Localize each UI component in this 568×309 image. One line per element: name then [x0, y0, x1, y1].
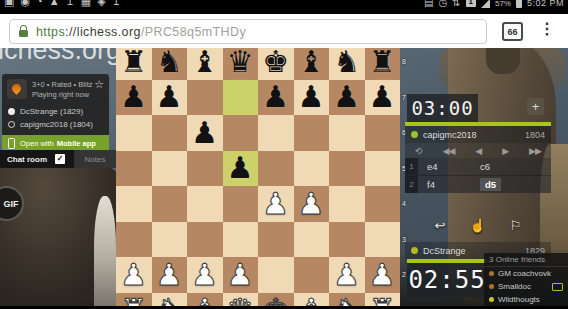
square-b2[interactable]: ♟ — [152, 257, 188, 293]
friend-status-dot-icon — [489, 284, 494, 289]
friend-status-dot-icon — [489, 271, 494, 276]
takeback-icon[interactable]: ↩ — [435, 218, 446, 233]
square-d5[interactable]: ♟ — [223, 151, 259, 187]
move-list: 1e4c62f4d5 — [405, 158, 551, 193]
notification-icon: ▣ — [4, 0, 14, 8]
notification-icons: ▣◉◔▲↥▦◈↥ — [4, 0, 121, 8]
game-action-buttons: ↩☝⚐ — [420, 218, 536, 233]
white-pawn: ♟ — [329, 257, 365, 293]
square-f3[interactable] — [294, 222, 330, 258]
offer-draw-hand-icon[interactable]: ☝ — [470, 218, 486, 233]
previous-move-icon[interactable]: ◀ — [475, 146, 481, 156]
square-b3[interactable] — [152, 222, 188, 258]
black-knight: ♞ — [329, 48, 365, 80]
android-status-bar: ▣◉◔▲↥▦◈↥ ▤ ◷ ⇅ 1 57% 5:02 PM — [0, 0, 568, 14]
square-b4[interactable] — [152, 186, 188, 222]
move-row: 2f4d5 — [405, 175, 551, 193]
game-meta-line2: Playing right now — [32, 90, 93, 100]
friend-name: Smalldoc — [498, 282, 531, 291]
square-c2[interactable]: ♟ — [187, 257, 223, 293]
rank-label-7: 7 — [402, 80, 406, 116]
white-pawn: ♟ — [258, 186, 294, 222]
url-host: ://lichess.org — [65, 25, 141, 39]
square-h6[interactable] — [365, 115, 401, 151]
black-pawn: ♟ — [116, 80, 152, 116]
site-logo-link[interactable]: lichess.org — [0, 48, 121, 66]
square-b5[interactable] — [152, 151, 188, 187]
white-pawn: ♟ — [223, 257, 259, 293]
tab-chat-room[interactable]: Chat room ✓ — [0, 150, 74, 168]
white-player-link[interactable]: DcStrange (1829) — [8, 105, 103, 118]
opponent-rating: 1804 — [525, 130, 545, 140]
black-queen: ♛ — [223, 48, 259, 80]
white-pawn: ♟ — [152, 257, 188, 293]
battery-icon — [516, 0, 522, 8]
friend-row[interactable]: Smalldoc — [484, 280, 568, 293]
square-g7[interactable]: ♟ — [329, 80, 365, 116]
opponent-player-row[interactable]: capigmc2018 1804 — [405, 126, 551, 143]
friend-row[interactable]: Wildthougts — [484, 293, 568, 306]
move-black[interactable]: c6 — [480, 161, 490, 172]
next-move-icon[interactable]: ▶ — [502, 146, 508, 156]
square-d7[interactable] — [223, 80, 259, 116]
phone-icon — [8, 138, 15, 149]
game-meta-panel: 3+0 • Rated • Blitz Playing right now ☆ … — [2, 74, 109, 152]
square-a8[interactable]: ♜ — [116, 48, 152, 80]
square-g6[interactable] — [329, 115, 365, 151]
move-white[interactable]: f4 — [427, 179, 435, 190]
square-c3[interactable] — [187, 222, 223, 258]
battery-percent: 57% — [495, 0, 511, 8]
friend-row[interactable]: GM coachvovk — [484, 267, 568, 280]
square-h5[interactable] — [365, 151, 401, 187]
white-pawn: ♟ — [294, 186, 330, 222]
square-h7[interactable]: ♟ — [365, 80, 401, 116]
data-sync-icon: ⇅ — [452, 0, 460, 8]
friend-name: GM coachvovk — [498, 269, 551, 278]
https-lock-icon — [19, 30, 28, 37]
rank-label-8: 8 — [402, 48, 406, 80]
chess-board[interactable]: ♜♞♝♛♚♝♞♜♟♟♟♟♟♟♟♟♟♟♟♟♟♟♟♟♜♞♝♛♚♝♞♜ — [116, 48, 400, 309]
first-move-icon[interactable]: ◀◀ — [443, 146, 455, 156]
notification-icon: ▦ — [81, 0, 91, 8]
friend-status-dot-icon — [489, 297, 494, 302]
browser-menu-icon[interactable]: ⋮ — [539, 19, 555, 38]
black-pawn: ♟ — [258, 80, 294, 116]
black-pawn: ♟ — [365, 80, 401, 116]
square-b8[interactable]: ♞ — [152, 48, 188, 80]
square-e8[interactable]: ♚ — [258, 48, 294, 80]
add-time-button[interactable]: + — [527, 98, 544, 115]
background-white-piece-statue — [94, 196, 116, 309]
last-move-icon[interactable]: ▶▶ — [529, 146, 541, 156]
square-f4[interactable]: ♟ — [294, 186, 330, 222]
friend-tv-icon[interactable] — [552, 283, 563, 291]
move-row: 1e4c6 — [405, 158, 551, 175]
notification-icon: ↥ — [112, 0, 121, 8]
replay-controls: ⟲◀◀◀▶▶▶ — [405, 143, 551, 158]
square-a5[interactable] — [116, 151, 152, 187]
status-indicators: ▤ ◷ ⇅ 1 57% 5:02 PM — [424, 0, 564, 8]
black-knight: ♞ — [152, 48, 188, 80]
square-f6[interactable] — [294, 115, 330, 151]
square-c4[interactable] — [187, 186, 223, 222]
friend-name: Wildthougts — [498, 295, 540, 304]
white-color-icon — [8, 108, 15, 115]
square-c5[interactable] — [187, 151, 223, 187]
square-f5[interactable] — [294, 151, 330, 187]
white-pawn: ♟ — [365, 257, 401, 293]
flip-board-icon[interactable]: ⟲ — [415, 146, 422, 156]
move-white[interactable]: e4 — [427, 161, 438, 172]
square-e5[interactable] — [258, 151, 294, 187]
square-g3[interactable] — [329, 222, 365, 258]
square-h2[interactable]: ♟ — [365, 257, 401, 293]
black-bishop: ♝ — [294, 48, 330, 80]
square-b6[interactable] — [152, 115, 188, 151]
square-d2[interactable]: ♟ — [223, 257, 259, 293]
square-e2[interactable] — [258, 257, 294, 293]
cast-icon: ▤ — [424, 0, 433, 8]
status-time: 5:02 PM — [527, 0, 564, 8]
white-pawn: ♟ — [116, 257, 152, 293]
black-rook: ♜ — [116, 48, 152, 80]
notification-icon: ◈ — [97, 0, 105, 8]
square-f7[interactable]: ♟ — [294, 80, 330, 116]
black-pawn: ♟ — [329, 80, 365, 116]
white-pawn: ♟ — [187, 257, 223, 293]
move-number: 2 — [405, 176, 418, 193]
square-d3[interactable] — [223, 222, 259, 258]
square-e7[interactable]: ♟ — [258, 80, 294, 116]
online-dot-icon — [411, 247, 418, 254]
notification-icon: ▲ — [49, 0, 60, 8]
square-g5[interactable] — [329, 151, 365, 187]
black-pawn: ♟ — [223, 151, 259, 187]
square-h8[interactable]: ♜ — [365, 48, 401, 80]
signal-icon — [481, 0, 490, 8]
black-player-link[interactable]: capigmc2018 (1804) — [8, 118, 103, 131]
square-d6[interactable] — [223, 115, 259, 151]
square-b7[interactable]: ♟ — [152, 80, 188, 116]
square-d8[interactable]: ♛ — [223, 48, 259, 80]
rank-label-2: 2 — [402, 257, 406, 293]
square-a3[interactable] — [116, 222, 152, 258]
square-a6[interactable] — [116, 115, 152, 151]
square-c7[interactable] — [187, 80, 223, 116]
bookmark-star-icon[interactable]: ☆ — [94, 79, 104, 100]
square-g4[interactable] — [329, 186, 365, 222]
square-a7[interactable]: ♟ — [116, 80, 152, 116]
square-e6[interactable] — [258, 115, 294, 151]
tab-notes[interactable]: Notes — [74, 150, 116, 168]
black-bishop: ♝ — [187, 48, 223, 80]
online-friends-header: 3 Online friends — [484, 253, 568, 267]
background-chess-statue — [486, 48, 520, 74]
square-g8[interactable]: ♞ — [329, 48, 365, 80]
chat-toggle-checkbox[interactable]: ✓ — [55, 154, 65, 164]
resign-flag-icon[interactable]: ⚐ — [510, 218, 522, 233]
black-pawn: ♟ — [152, 80, 188, 116]
square-a2[interactable]: ♟ — [116, 257, 152, 293]
alarm-icon: ◷ — [438, 0, 447, 8]
black-pawn: ♟ — [187, 115, 223, 151]
online-dot-icon — [411, 131, 418, 138]
square-f8[interactable]: ♝ — [294, 48, 330, 80]
square-c6[interactable]: ♟ — [187, 115, 223, 151]
black-color-icon — [8, 121, 15, 128]
square-h4[interactable] — [365, 186, 401, 222]
player-clock: 02:55 — [407, 263, 487, 297]
notification-icon: ↥ — [66, 0, 75, 8]
move-black[interactable]: d5 — [480, 178, 501, 191]
notification-icon: ◔ — [36, 0, 43, 8]
browser-toolbar: https://lichess.org/PRC58q5mTHDy 66 ⋮ — [0, 14, 568, 48]
notification-count-badge: 1 — [466, 0, 476, 7]
square-e4[interactable]: ♟ — [258, 186, 294, 222]
blitz-flame-icon — [7, 79, 27, 99]
square-e3[interactable] — [258, 222, 294, 258]
move-number: 1 — [405, 158, 418, 175]
tab-count-button[interactable]: 66 — [502, 22, 523, 41]
notification-icon: ◉ — [20, 0, 30, 8]
black-pawn: ♟ — [294, 80, 330, 116]
black-king: ♚ — [258, 48, 294, 80]
square-a4[interactable] — [116, 186, 152, 222]
square-c8[interactable]: ♝ — [187, 48, 223, 80]
square-f2[interactable] — [294, 257, 330, 293]
opponent-clock: 03:00 — [407, 94, 478, 122]
url-scheme: https — [36, 25, 65, 39]
square-g2[interactable]: ♟ — [329, 257, 365, 293]
square-h3[interactable] — [365, 222, 401, 258]
square-d4[interactable] — [223, 186, 259, 222]
game-meta-line1: 3+0 • Rated • Blitz — [32, 80, 93, 90]
url-address-field[interactable]: https://lichess.org/PRC58q5mTHDy — [9, 19, 487, 44]
black-rook: ♜ — [365, 48, 401, 80]
online-friends-box: 3 Online friends GM coachvovkSmalldocWil… — [484, 253, 568, 309]
lichess-page: lichess.org 3+0 • Rated • Blitz Playing … — [0, 48, 568, 309]
url-path: /PRC58q5mTHDy — [141, 25, 246, 39]
